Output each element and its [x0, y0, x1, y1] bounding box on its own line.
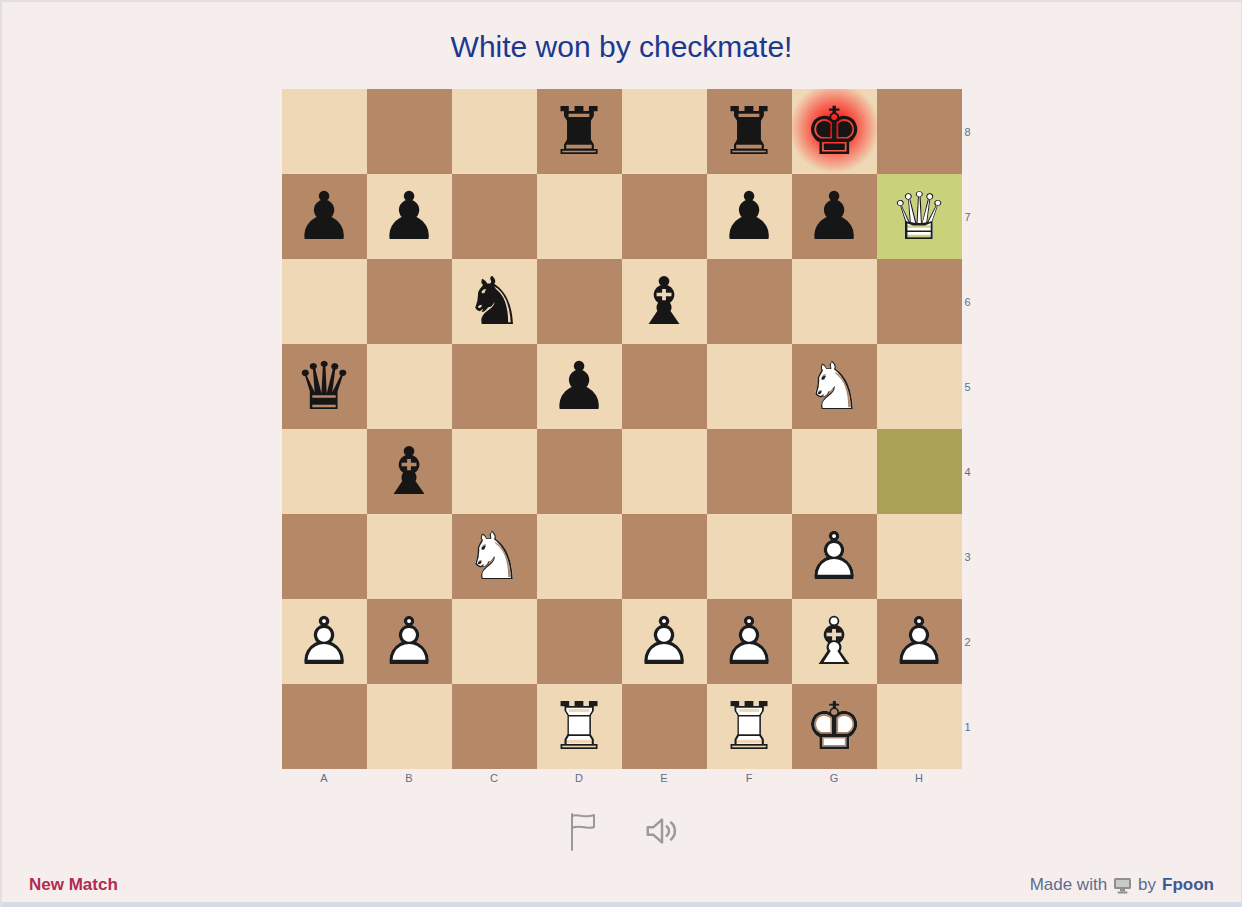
square-e3[interactable] [622, 514, 707, 599]
rank-label-4: 4 [965, 429, 979, 514]
file-label-c: C [452, 769, 537, 784]
file-label-d: D [537, 769, 622, 784]
square-e4[interactable] [622, 429, 707, 514]
square-d7[interactable] [537, 174, 622, 259]
sound-button[interactable] [643, 813, 681, 849]
square-g1[interactable]: ♚♔ [792, 684, 877, 769]
rank-labels: 87654321 [965, 89, 979, 769]
square-b8[interactable] [367, 89, 452, 174]
rank-label-2: 2 [965, 599, 979, 684]
rank-label-3: 3 [965, 514, 979, 599]
black-pawn-f7: ♟ [707, 174, 792, 259]
square-a1[interactable] [282, 684, 367, 769]
page: { "game": "chess", "position": { "fen": … [0, 0, 1242, 907]
square-f7[interactable]: ♟ [707, 174, 792, 259]
square-e7[interactable] [622, 174, 707, 259]
file-label-h: H [877, 769, 962, 784]
credit-line: Made with by Fpoon [1030, 875, 1214, 895]
bottom-scrollbar-strip[interactable] [2, 902, 1241, 907]
credit-middle: by [1138, 875, 1156, 895]
square-h5[interactable] [877, 344, 962, 429]
white-pawn-f2: ♟♙ [707, 599, 792, 684]
square-c6[interactable]: ♞ [452, 259, 537, 344]
square-g4[interactable] [792, 429, 877, 514]
square-h3[interactable] [877, 514, 962, 599]
white-knight-c3: ♞♘ [452, 514, 537, 599]
white-pawn-a2: ♟♙ [282, 599, 367, 684]
square-b3[interactable] [367, 514, 452, 599]
white-king-g1: ♚♔ [792, 684, 877, 769]
speaker-icon [643, 837, 681, 852]
file-label-b: B [367, 769, 452, 784]
square-f4[interactable] [707, 429, 792, 514]
file-label-e: E [622, 769, 707, 784]
white-rook-f1: ♜♖ [707, 684, 792, 769]
white-knight-g5: ♞♘ [792, 344, 877, 429]
square-d6[interactable] [537, 259, 622, 344]
file-label-f: F [707, 769, 792, 784]
file-label-g: G [792, 769, 877, 784]
board-area: ♜♜♚♟♟♟♟♛♕♞♝♛♟♞♘♝♞♘♟♙♟♙♟♙♟♙♟♙♝♗♟♙♜♖♜♖♚♔ 8… [282, 89, 962, 784]
square-c3[interactable]: ♞♘ [452, 514, 537, 599]
square-f3[interactable] [707, 514, 792, 599]
white-pawn-e2: ♟♙ [622, 599, 707, 684]
black-pawn-b7: ♟ [367, 174, 452, 259]
square-f8[interactable]: ♜ [707, 89, 792, 174]
rank-label-8: 8 [965, 89, 979, 174]
rank-label-1: 1 [965, 684, 979, 769]
square-f2[interactable]: ♟♙ [707, 599, 792, 684]
square-d8[interactable]: ♜ [537, 89, 622, 174]
credit-author-link[interactable]: Fpoon [1162, 875, 1214, 895]
square-c1[interactable] [452, 684, 537, 769]
black-bishop-e6: ♝ [622, 259, 707, 344]
square-a4[interactable] [282, 429, 367, 514]
square-e1[interactable] [622, 684, 707, 769]
resign-flag-button[interactable] [563, 810, 603, 852]
square-d5[interactable]: ♟ [537, 344, 622, 429]
black-rook-d8: ♜ [537, 89, 622, 174]
black-rook-f8: ♜ [707, 89, 792, 174]
square-h2[interactable]: ♟♙ [877, 599, 962, 684]
black-knight-c6: ♞ [452, 259, 537, 344]
square-g8[interactable]: ♚ [792, 89, 877, 174]
square-c5[interactable] [452, 344, 537, 429]
black-pawn-a7: ♟ [282, 174, 367, 259]
square-e8[interactable] [622, 89, 707, 174]
square-b1[interactable] [367, 684, 452, 769]
square-h1[interactable] [877, 684, 962, 769]
black-queen-a5: ♛ [282, 344, 367, 429]
square-d2[interactable] [537, 599, 622, 684]
square-h7[interactable]: ♛♕ [877, 174, 962, 259]
chess-board: ♜♜♚♟♟♟♟♛♕♞♝♛♟♞♘♝♞♘♟♙♟♙♟♙♟♙♟♙♝♗♟♙♜♖♜♖♚♔ [282, 89, 962, 769]
file-label-a: A [282, 769, 367, 784]
rank-label-5: 5 [965, 344, 979, 429]
square-d1[interactable]: ♜♖ [537, 684, 622, 769]
square-b4[interactable]: ♝ [367, 429, 452, 514]
white-queen-h7: ♛♕ [877, 174, 962, 259]
computer-monitor-icon [1113, 877, 1132, 894]
file-labels: ABCDEFGH [282, 769, 962, 784]
black-pawn-d5: ♟ [537, 344, 622, 429]
white-bishop-g2: ♝♗ [792, 599, 877, 684]
rank-label-7: 7 [965, 174, 979, 259]
square-a5[interactable]: ♛ [282, 344, 367, 429]
square-e5[interactable] [622, 344, 707, 429]
square-g2[interactable]: ♝♗ [792, 599, 877, 684]
square-a7[interactable]: ♟ [282, 174, 367, 259]
flag-icon [563, 840, 603, 855]
square-d3[interactable] [537, 514, 622, 599]
square-b2[interactable]: ♟♙ [367, 599, 452, 684]
black-king-g8: ♚ [792, 89, 877, 174]
square-f5[interactable] [707, 344, 792, 429]
new-match-link[interactable]: New Match [29, 875, 118, 895]
black-pawn-g7: ♟ [792, 174, 877, 259]
page-title: White won by checkmate! [2, 30, 1241, 64]
square-e6[interactable]: ♝ [622, 259, 707, 344]
square-h6[interactable] [877, 259, 962, 344]
square-h4[interactable] [877, 429, 962, 514]
square-c7[interactable] [452, 174, 537, 259]
square-a3[interactable] [282, 514, 367, 599]
square-c8[interactable] [452, 89, 537, 174]
square-b6[interactable] [367, 259, 452, 344]
square-g5[interactable]: ♞♘ [792, 344, 877, 429]
square-e2[interactable]: ♟♙ [622, 599, 707, 684]
rank-label-6: 6 [965, 259, 979, 344]
white-pawn-h2: ♟♙ [877, 599, 962, 684]
square-f1[interactable]: ♜♖ [707, 684, 792, 769]
square-a8[interactable] [282, 89, 367, 174]
white-pawn-g3: ♟♙ [792, 514, 877, 599]
controls-row [2, 810, 1241, 852]
square-b5[interactable] [367, 344, 452, 429]
square-g7[interactable]: ♟ [792, 174, 877, 259]
black-bishop-b4: ♝ [367, 429, 452, 514]
square-d4[interactable] [537, 429, 622, 514]
credit-prefix: Made with [1030, 875, 1107, 895]
square-g3[interactable]: ♟♙ [792, 514, 877, 599]
square-c4[interactable] [452, 429, 537, 514]
square-c2[interactable] [452, 599, 537, 684]
square-g6[interactable] [792, 259, 877, 344]
white-rook-d1: ♜♖ [537, 684, 622, 769]
white-pawn-b2: ♟♙ [367, 599, 452, 684]
square-f6[interactable] [707, 259, 792, 344]
square-a6[interactable] [282, 259, 367, 344]
square-a2[interactable]: ♟♙ [282, 599, 367, 684]
square-h8[interactable] [877, 89, 962, 174]
square-b7[interactable]: ♟ [367, 174, 452, 259]
